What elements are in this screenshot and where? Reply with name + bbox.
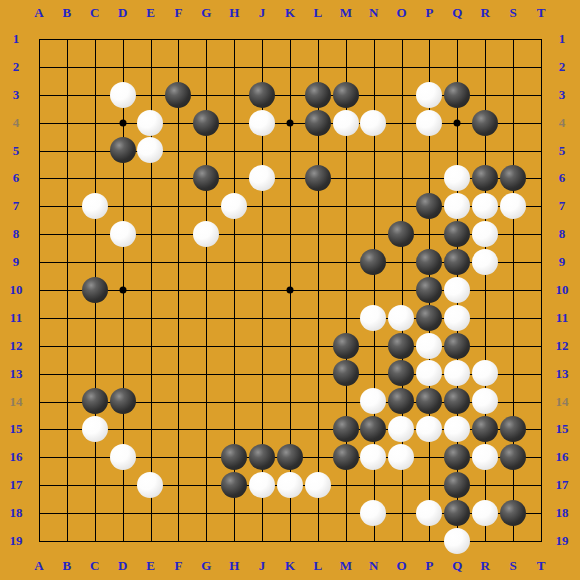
intersection-Q13[interactable]: [443, 360, 471, 388]
intersection-T8[interactable]: [527, 220, 555, 248]
intersection-C17[interactable]: [81, 471, 109, 499]
intersection-H4[interactable]: [220, 109, 248, 137]
intersection-P18[interactable]: [415, 499, 443, 527]
intersection-C5[interactable]: [81, 137, 109, 165]
intersection-J12[interactable]: [248, 332, 276, 360]
intersection-M5[interactable]: [332, 137, 360, 165]
intersection-T1[interactable]: [527, 25, 555, 53]
intersection-Q9[interactable]: [443, 248, 471, 276]
intersection-N10[interactable]: [360, 276, 388, 304]
intersection-L8[interactable]: [304, 220, 332, 248]
intersection-Q17[interactable]: [443, 471, 471, 499]
intersection-S19[interactable]: [499, 527, 527, 555]
intersection-T18[interactable]: [527, 499, 555, 527]
intersection-L16[interactable]: [304, 443, 332, 471]
intersection-B17[interactable]: [53, 471, 81, 499]
intersection-S13[interactable]: [499, 360, 527, 388]
intersection-K13[interactable]: [276, 360, 304, 388]
intersection-T6[interactable]: [527, 164, 555, 192]
intersection-M11[interactable]: [332, 304, 360, 332]
intersection-E5[interactable]: [137, 137, 165, 165]
intersection-M3[interactable]: [332, 81, 360, 109]
intersection-N4[interactable]: [360, 109, 388, 137]
intersection-G16[interactable]: [192, 443, 220, 471]
intersection-R2[interactable]: [471, 53, 499, 81]
intersection-C9[interactable]: [81, 248, 109, 276]
intersection-M18[interactable]: [332, 499, 360, 527]
intersection-M4[interactable]: [332, 109, 360, 137]
intersection-E17[interactable]: [137, 471, 165, 499]
intersection-B8[interactable]: [53, 220, 81, 248]
intersection-B11[interactable]: [53, 304, 81, 332]
intersection-S8[interactable]: [499, 220, 527, 248]
intersection-E9[interactable]: [137, 248, 165, 276]
intersection-H19[interactable]: [220, 527, 248, 555]
intersection-E11[interactable]: [137, 304, 165, 332]
intersection-Q6[interactable]: [443, 164, 471, 192]
intersection-K18[interactable]: [276, 499, 304, 527]
intersection-J11[interactable]: [248, 304, 276, 332]
intersection-M7[interactable]: [332, 192, 360, 220]
intersection-R10[interactable]: [471, 276, 499, 304]
intersection-R17[interactable]: [471, 471, 499, 499]
intersection-H5[interactable]: [220, 137, 248, 165]
intersection-Q8[interactable]: [443, 220, 471, 248]
intersection-B15[interactable]: [53, 415, 81, 443]
intersection-R3[interactable]: [471, 81, 499, 109]
intersection-D6[interactable]: [109, 164, 137, 192]
intersection-S12[interactable]: [499, 332, 527, 360]
intersection-A5[interactable]: [25, 137, 53, 165]
intersection-M1[interactable]: [332, 25, 360, 53]
intersection-F19[interactable]: [164, 527, 192, 555]
intersection-B10[interactable]: [53, 276, 81, 304]
intersection-T19[interactable]: [527, 527, 555, 555]
intersection-D10[interactable]: [109, 276, 137, 304]
intersection-H17[interactable]: [220, 471, 248, 499]
intersection-G6[interactable]: [192, 164, 220, 192]
intersection-Q19[interactable]: [443, 527, 471, 555]
intersection-B2[interactable]: [53, 53, 81, 81]
intersection-P14[interactable]: [415, 387, 443, 415]
intersection-B16[interactable]: [53, 443, 81, 471]
intersection-K10[interactable]: [276, 276, 304, 304]
intersection-A13[interactable]: [25, 360, 53, 388]
intersection-P5[interactable]: [415, 137, 443, 165]
intersection-K8[interactable]: [276, 220, 304, 248]
intersection-E2[interactable]: [137, 53, 165, 81]
intersection-N11[interactable]: [360, 304, 388, 332]
intersection-Q11[interactable]: [443, 304, 471, 332]
intersection-J10[interactable]: [248, 276, 276, 304]
intersection-D5[interactable]: [109, 137, 137, 165]
intersection-J6[interactable]: [248, 164, 276, 192]
intersection-F15[interactable]: [164, 415, 192, 443]
intersection-G9[interactable]: [192, 248, 220, 276]
intersection-L5[interactable]: [304, 137, 332, 165]
intersection-G2[interactable]: [192, 53, 220, 81]
intersection-H16[interactable]: [220, 443, 248, 471]
intersection-L2[interactable]: [304, 53, 332, 81]
intersection-O7[interactable]: [387, 192, 415, 220]
intersection-O14[interactable]: [387, 387, 415, 415]
intersection-L17[interactable]: [304, 471, 332, 499]
intersection-L7[interactable]: [304, 192, 332, 220]
intersection-P10[interactable]: [415, 276, 443, 304]
intersection-J18[interactable]: [248, 499, 276, 527]
intersection-N8[interactable]: [360, 220, 388, 248]
intersection-H12[interactable]: [220, 332, 248, 360]
intersection-E14[interactable]: [137, 387, 165, 415]
intersection-Q3[interactable]: [443, 81, 471, 109]
intersection-J17[interactable]: [248, 471, 276, 499]
intersection-K19[interactable]: [276, 527, 304, 555]
intersection-M12[interactable]: [332, 332, 360, 360]
intersection-O1[interactable]: [387, 25, 415, 53]
intersection-B1[interactable]: [53, 25, 81, 53]
intersection-D19[interactable]: [109, 527, 137, 555]
intersection-S1[interactable]: [499, 25, 527, 53]
intersection-G17[interactable]: [192, 471, 220, 499]
intersection-K5[interactable]: [276, 137, 304, 165]
intersection-G19[interactable]: [192, 527, 220, 555]
intersection-H1[interactable]: [220, 25, 248, 53]
intersection-T16[interactable]: [527, 443, 555, 471]
intersection-O2[interactable]: [387, 53, 415, 81]
intersection-E7[interactable]: [137, 192, 165, 220]
intersection-T12[interactable]: [527, 332, 555, 360]
intersection-F13[interactable]: [164, 360, 192, 388]
intersection-H13[interactable]: [220, 360, 248, 388]
intersection-O8[interactable]: [387, 220, 415, 248]
intersection-C15[interactable]: [81, 415, 109, 443]
intersection-A8[interactable]: [25, 220, 53, 248]
intersection-N18[interactable]: [360, 499, 388, 527]
intersection-C1[interactable]: [81, 25, 109, 53]
intersection-G1[interactable]: [192, 25, 220, 53]
intersection-P19[interactable]: [415, 527, 443, 555]
intersection-F7[interactable]: [164, 192, 192, 220]
intersection-S15[interactable]: [499, 415, 527, 443]
intersection-G4[interactable]: [192, 109, 220, 137]
intersection-E18[interactable]: [137, 499, 165, 527]
intersection-R6[interactable]: [471, 164, 499, 192]
intersection-S18[interactable]: [499, 499, 527, 527]
intersection-F17[interactable]: [164, 471, 192, 499]
intersection-T11[interactable]: [527, 304, 555, 332]
intersection-Q14[interactable]: [443, 387, 471, 415]
intersection-A11[interactable]: [25, 304, 53, 332]
intersection-R18[interactable]: [471, 499, 499, 527]
intersection-J2[interactable]: [248, 53, 276, 81]
intersection-K4[interactable]: [276, 109, 304, 137]
intersection-R13[interactable]: [471, 360, 499, 388]
intersection-C6[interactable]: [81, 164, 109, 192]
intersection-L12[interactable]: [304, 332, 332, 360]
intersection-F6[interactable]: [164, 164, 192, 192]
intersection-S16[interactable]: [499, 443, 527, 471]
intersection-J13[interactable]: [248, 360, 276, 388]
intersection-J3[interactable]: [248, 81, 276, 109]
intersection-H10[interactable]: [220, 276, 248, 304]
intersection-K14[interactable]: [276, 387, 304, 415]
intersection-O11[interactable]: [387, 304, 415, 332]
intersection-M19[interactable]: [332, 527, 360, 555]
intersection-D2[interactable]: [109, 53, 137, 81]
intersection-N12[interactable]: [360, 332, 388, 360]
intersection-G10[interactable]: [192, 276, 220, 304]
intersection-N2[interactable]: [360, 53, 388, 81]
intersection-F5[interactable]: [164, 137, 192, 165]
intersection-A3[interactable]: [25, 81, 53, 109]
intersection-B3[interactable]: [53, 81, 81, 109]
intersection-A10[interactable]: [25, 276, 53, 304]
intersection-E6[interactable]: [137, 164, 165, 192]
intersection-J8[interactable]: [248, 220, 276, 248]
intersection-J15[interactable]: [248, 415, 276, 443]
intersection-O18[interactable]: [387, 499, 415, 527]
intersection-B5[interactable]: [53, 137, 81, 165]
intersection-S17[interactable]: [499, 471, 527, 499]
intersection-K16[interactable]: [276, 443, 304, 471]
intersection-B13[interactable]: [53, 360, 81, 388]
intersection-D13[interactable]: [109, 360, 137, 388]
intersection-B14[interactable]: [53, 387, 81, 415]
intersection-Q1[interactable]: [443, 25, 471, 53]
intersection-P16[interactable]: [415, 443, 443, 471]
intersection-P9[interactable]: [415, 248, 443, 276]
intersection-H14[interactable]: [220, 387, 248, 415]
intersection-K2[interactable]: [276, 53, 304, 81]
intersection-R1[interactable]: [471, 25, 499, 53]
intersection-Q7[interactable]: [443, 192, 471, 220]
intersection-C11[interactable]: [81, 304, 109, 332]
intersection-J5[interactable]: [248, 137, 276, 165]
intersection-G12[interactable]: [192, 332, 220, 360]
intersection-S14[interactable]: [499, 387, 527, 415]
intersection-R14[interactable]: [471, 387, 499, 415]
intersection-R5[interactable]: [471, 137, 499, 165]
intersection-N17[interactable]: [360, 471, 388, 499]
intersection-T17[interactable]: [527, 471, 555, 499]
intersection-F2[interactable]: [164, 53, 192, 81]
intersection-J4[interactable]: [248, 109, 276, 137]
intersection-E4[interactable]: [137, 109, 165, 137]
intersection-L11[interactable]: [304, 304, 332, 332]
intersection-E16[interactable]: [137, 443, 165, 471]
intersection-L18[interactable]: [304, 499, 332, 527]
intersection-J19[interactable]: [248, 527, 276, 555]
intersection-D7[interactable]: [109, 192, 137, 220]
intersection-O10[interactable]: [387, 276, 415, 304]
intersection-N7[interactable]: [360, 192, 388, 220]
intersection-A9[interactable]: [25, 248, 53, 276]
intersection-R12[interactable]: [471, 332, 499, 360]
intersection-C13[interactable]: [81, 360, 109, 388]
intersection-Q4[interactable]: [443, 109, 471, 137]
intersection-R16[interactable]: [471, 443, 499, 471]
intersection-F18[interactable]: [164, 499, 192, 527]
intersection-S10[interactable]: [499, 276, 527, 304]
intersection-E19[interactable]: [137, 527, 165, 555]
intersection-A6[interactable]: [25, 164, 53, 192]
intersection-A15[interactable]: [25, 415, 53, 443]
intersection-B7[interactable]: [53, 192, 81, 220]
intersection-C16[interactable]: [81, 443, 109, 471]
intersection-N19[interactable]: [360, 527, 388, 555]
intersection-L19[interactable]: [304, 527, 332, 555]
intersection-M17[interactable]: [332, 471, 360, 499]
intersection-Q5[interactable]: [443, 137, 471, 165]
intersection-O9[interactable]: [387, 248, 415, 276]
intersection-Q18[interactable]: [443, 499, 471, 527]
intersection-G8[interactable]: [192, 220, 220, 248]
intersection-M9[interactable]: [332, 248, 360, 276]
intersection-P11[interactable]: [415, 304, 443, 332]
intersection-L3[interactable]: [304, 81, 332, 109]
intersection-P8[interactable]: [415, 220, 443, 248]
intersection-P2[interactable]: [415, 53, 443, 81]
intersection-F3[interactable]: [164, 81, 192, 109]
intersection-P3[interactable]: [415, 81, 443, 109]
intersection-Q15[interactable]: [443, 415, 471, 443]
intersection-T13[interactable]: [527, 360, 555, 388]
intersection-H2[interactable]: [220, 53, 248, 81]
intersection-B6[interactable]: [53, 164, 81, 192]
intersection-M14[interactable]: [332, 387, 360, 415]
intersection-G7[interactable]: [192, 192, 220, 220]
intersection-S9[interactable]: [499, 248, 527, 276]
intersection-N3[interactable]: [360, 81, 388, 109]
intersection-E10[interactable]: [137, 276, 165, 304]
intersection-R9[interactable]: [471, 248, 499, 276]
intersection-S5[interactable]: [499, 137, 527, 165]
intersection-C14[interactable]: [81, 387, 109, 415]
intersection-H9[interactable]: [220, 248, 248, 276]
intersection-D8[interactable]: [109, 220, 137, 248]
intersection-C19[interactable]: [81, 527, 109, 555]
intersection-C18[interactable]: [81, 499, 109, 527]
intersection-B9[interactable]: [53, 248, 81, 276]
intersection-N13[interactable]: [360, 360, 388, 388]
intersection-R8[interactable]: [471, 220, 499, 248]
intersection-J7[interactable]: [248, 192, 276, 220]
intersection-T2[interactable]: [527, 53, 555, 81]
intersection-L13[interactable]: [304, 360, 332, 388]
intersection-C7[interactable]: [81, 192, 109, 220]
intersection-T5[interactable]: [527, 137, 555, 165]
intersection-B18[interactable]: [53, 499, 81, 527]
intersection-C2[interactable]: [81, 53, 109, 81]
intersection-P6[interactable]: [415, 164, 443, 192]
intersection-H15[interactable]: [220, 415, 248, 443]
intersection-P15[interactable]: [415, 415, 443, 443]
intersection-R19[interactable]: [471, 527, 499, 555]
intersection-L14[interactable]: [304, 387, 332, 415]
intersection-E13[interactable]: [137, 360, 165, 388]
intersection-T14[interactable]: [527, 387, 555, 415]
intersection-T7[interactable]: [527, 192, 555, 220]
intersection-F8[interactable]: [164, 220, 192, 248]
intersection-Q16[interactable]: [443, 443, 471, 471]
intersection-G11[interactable]: [192, 304, 220, 332]
intersection-L15[interactable]: [304, 415, 332, 443]
intersection-A19[interactable]: [25, 527, 53, 555]
intersection-A12[interactable]: [25, 332, 53, 360]
intersection-F14[interactable]: [164, 387, 192, 415]
intersection-O3[interactable]: [387, 81, 415, 109]
intersection-K17[interactable]: [276, 471, 304, 499]
intersection-T15[interactable]: [527, 415, 555, 443]
intersection-N5[interactable]: [360, 137, 388, 165]
intersection-P17[interactable]: [415, 471, 443, 499]
intersection-L1[interactable]: [304, 25, 332, 53]
intersection-S2[interactable]: [499, 53, 527, 81]
intersection-O19[interactable]: [387, 527, 415, 555]
intersection-R7[interactable]: [471, 192, 499, 220]
intersection-D18[interactable]: [109, 499, 137, 527]
intersection-B19[interactable]: [53, 527, 81, 555]
intersection-E12[interactable]: [137, 332, 165, 360]
intersection-F10[interactable]: [164, 276, 192, 304]
intersection-Q10[interactable]: [443, 276, 471, 304]
intersection-J14[interactable]: [248, 387, 276, 415]
intersection-F12[interactable]: [164, 332, 192, 360]
intersection-G3[interactable]: [192, 81, 220, 109]
intersection-M16[interactable]: [332, 443, 360, 471]
intersection-A18[interactable]: [25, 499, 53, 527]
intersection-A14[interactable]: [25, 387, 53, 415]
intersection-F4[interactable]: [164, 109, 192, 137]
intersection-M15[interactable]: [332, 415, 360, 443]
intersection-G18[interactable]: [192, 499, 220, 527]
intersection-Q12[interactable]: [443, 332, 471, 360]
intersection-H3[interactable]: [220, 81, 248, 109]
intersection-G5[interactable]: [192, 137, 220, 165]
intersection-E8[interactable]: [137, 220, 165, 248]
intersection-A7[interactable]: [25, 192, 53, 220]
intersection-D14[interactable]: [109, 387, 137, 415]
intersection-A17[interactable]: [25, 471, 53, 499]
intersection-P4[interactable]: [415, 109, 443, 137]
intersection-D17[interactable]: [109, 471, 137, 499]
intersection-B4[interactable]: [53, 109, 81, 137]
intersection-M8[interactable]: [332, 220, 360, 248]
intersection-M6[interactable]: [332, 164, 360, 192]
intersection-O13[interactable]: [387, 360, 415, 388]
intersection-D1[interactable]: [109, 25, 137, 53]
intersection-S7[interactable]: [499, 192, 527, 220]
intersection-H18[interactable]: [220, 499, 248, 527]
intersection-P1[interactable]: [415, 25, 443, 53]
intersection-R11[interactable]: [471, 304, 499, 332]
intersection-O15[interactable]: [387, 415, 415, 443]
intersection-O12[interactable]: [387, 332, 415, 360]
intersection-N6[interactable]: [360, 164, 388, 192]
intersection-D16[interactable]: [109, 443, 137, 471]
intersection-M2[interactable]: [332, 53, 360, 81]
intersection-N16[interactable]: [360, 443, 388, 471]
intersection-A1[interactable]: [25, 25, 53, 53]
intersection-N15[interactable]: [360, 415, 388, 443]
intersection-J9[interactable]: [248, 248, 276, 276]
intersection-P12[interactable]: [415, 332, 443, 360]
intersection-G13[interactable]: [192, 360, 220, 388]
intersection-C3[interactable]: [81, 81, 109, 109]
intersection-F9[interactable]: [164, 248, 192, 276]
intersection-D9[interactable]: [109, 248, 137, 276]
intersection-P13[interactable]: [415, 360, 443, 388]
